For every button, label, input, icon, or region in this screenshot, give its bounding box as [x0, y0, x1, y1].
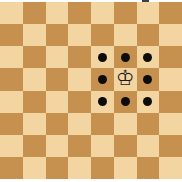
chess-board: ♔ [0, 2, 182, 179]
square-e6[interactable] [91, 46, 114, 68]
square-a5[interactable] [0, 68, 23, 90]
square-h4[interactable] [159, 91, 182, 113]
square-a2[interactable] [0, 135, 23, 157]
square-a3[interactable] [0, 113, 23, 135]
square-f3[interactable] [114, 113, 137, 135]
square-g1[interactable] [137, 157, 160, 179]
move-dot-g5 [143, 75, 152, 84]
square-a7[interactable] [0, 24, 23, 46]
square-c6[interactable] [46, 46, 69, 68]
square-d1[interactable] [68, 157, 91, 179]
square-h5[interactable] [159, 68, 182, 90]
move-dot-g6 [143, 53, 152, 62]
square-b4[interactable] [23, 91, 46, 113]
move-dot-g4 [143, 97, 152, 106]
square-h3[interactable] [159, 113, 182, 135]
move-dot-f6 [121, 53, 130, 62]
square-a4[interactable] [0, 91, 23, 113]
square-h1[interactable] [159, 157, 182, 179]
square-d7[interactable] [68, 24, 91, 46]
square-c1[interactable] [46, 157, 69, 179]
square-c8[interactable] [46, 2, 69, 24]
square-h2[interactable] [159, 135, 182, 157]
square-g7[interactable] [137, 24, 160, 46]
square-c4[interactable] [46, 91, 69, 113]
square-g5[interactable] [137, 68, 160, 90]
move-dot-e6 [98, 53, 107, 62]
square-g4[interactable] [137, 91, 160, 113]
square-g8[interactable] [137, 2, 160, 24]
move-dot-e4 [98, 97, 107, 106]
square-c7[interactable] [46, 24, 69, 46]
square-f4[interactable] [114, 91, 137, 113]
square-d3[interactable] [68, 113, 91, 135]
square-e8[interactable] [91, 2, 114, 24]
square-f7[interactable] [114, 24, 137, 46]
square-b1[interactable] [23, 157, 46, 179]
square-b3[interactable] [23, 113, 46, 135]
square-b7[interactable] [23, 24, 46, 46]
square-e2[interactable] [91, 135, 114, 157]
move-dot-e5 [98, 75, 107, 84]
square-c2[interactable] [46, 135, 69, 157]
square-a1[interactable] [0, 157, 23, 179]
move-dot-f4 [121, 97, 130, 106]
square-d6[interactable] [68, 46, 91, 68]
square-e3[interactable] [91, 113, 114, 135]
square-a6[interactable] [0, 46, 23, 68]
square-f1[interactable] [114, 157, 137, 179]
square-a8[interactable] [0, 2, 23, 24]
square-g2[interactable] [137, 135, 160, 157]
square-b5[interactable] [23, 68, 46, 90]
square-e5[interactable] [91, 68, 114, 90]
square-f5[interactable]: ♔ [114, 68, 137, 90]
chess-app-page: ♔ [0, 0, 182, 182]
square-d5[interactable] [68, 68, 91, 90]
square-h8[interactable] [159, 2, 182, 24]
square-h6[interactable] [159, 46, 182, 68]
square-b8[interactable] [23, 2, 46, 24]
square-c5[interactable] [46, 68, 69, 90]
white-king[interactable]: ♔ [116, 68, 135, 89]
square-d2[interactable] [68, 135, 91, 157]
square-f8[interactable] [114, 2, 137, 24]
square-d4[interactable] [68, 91, 91, 113]
square-e4[interactable] [91, 91, 114, 113]
square-c3[interactable] [46, 113, 69, 135]
square-g3[interactable] [137, 113, 160, 135]
square-f2[interactable] [114, 135, 137, 157]
square-g6[interactable] [137, 46, 160, 68]
square-d8[interactable] [68, 2, 91, 24]
square-e1[interactable] [91, 157, 114, 179]
square-b6[interactable] [23, 46, 46, 68]
square-h7[interactable] [159, 24, 182, 46]
square-e7[interactable] [91, 24, 114, 46]
square-b2[interactable] [23, 135, 46, 157]
